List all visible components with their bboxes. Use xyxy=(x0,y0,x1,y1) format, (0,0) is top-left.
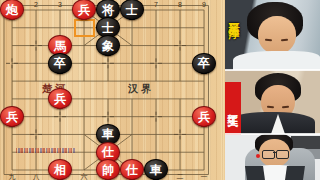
red-earbud xyxy=(256,154,260,158)
piece-red-elephant[interactable]: 相 xyxy=(48,159,72,180)
piece-black-soldier[interactable]: 卒 xyxy=(192,53,216,74)
red-player-name-label: 红王天一 xyxy=(228,106,239,112)
top-file-label: 2 xyxy=(32,1,40,8)
red-player-eye xyxy=(282,106,289,108)
piece-black-soldier[interactable]: 卒 xyxy=(48,53,72,74)
piece-black-advisor[interactable]: 士 xyxy=(120,0,144,20)
piece-black-elephant[interactable]: 象 xyxy=(96,35,120,56)
black-player-name-label: 黑茹一淳 xyxy=(228,14,239,20)
vest-right xyxy=(285,166,305,180)
piece-red-general[interactable]: 帥 xyxy=(96,159,120,180)
piece-red-soldier[interactable]: 兵 xyxy=(0,106,24,127)
glasses-right-lens xyxy=(276,150,289,159)
top-file-label: 3 xyxy=(56,1,64,8)
vest-left xyxy=(245,166,265,180)
black-player-shirt xyxy=(233,51,320,70)
photo-black-player: 黑茹一淳 xyxy=(225,0,320,70)
photo-separator xyxy=(225,69,320,70)
piece-red-advisor[interactable]: 仕 xyxy=(120,159,144,180)
top-file-label: 7 xyxy=(152,1,160,8)
piece-red-soldier[interactable]: 兵 xyxy=(72,0,96,20)
river-label-han-jie: 汉界 xyxy=(128,82,154,96)
photo-commentator xyxy=(225,134,320,180)
piece-black-chariot[interactable]: 車 xyxy=(144,159,168,180)
black-player-face xyxy=(258,16,296,54)
video-frame: 楚河 汉界 123456789九八七六五四三二一 炮兵将士士馬象卒卒兵兵兵車仕相… xyxy=(0,0,320,180)
black-player-eye xyxy=(281,39,288,41)
bottom-file-label: 九 xyxy=(8,173,16,180)
black-player-eye xyxy=(265,39,272,41)
piece-red-soldier[interactable]: 兵 xyxy=(192,106,216,127)
top-file-label: 9 xyxy=(200,1,208,8)
bottom-file-label: 二 xyxy=(176,173,184,180)
last-move-marker xyxy=(74,19,95,37)
photo-separator xyxy=(225,133,320,134)
players-panel: 黑茹一淳 红王天一 xyxy=(225,0,320,180)
red-player-eye xyxy=(267,106,274,108)
bottom-file-label: 六 xyxy=(80,173,88,180)
bottom-file-label: 一 xyxy=(200,173,208,180)
piece-red-cannon[interactable]: 炮 xyxy=(0,0,24,20)
glasses-bridge xyxy=(273,152,277,153)
top-file-label: 8 xyxy=(176,1,184,8)
piece-red-soldier[interactable]: 兵 xyxy=(48,88,72,109)
xiangqi-board[interactable]: 楚河 汉界 123456789九八七六五四三二一 炮兵将士士馬象卒卒兵兵兵車仕相… xyxy=(0,0,225,180)
watermark-strip xyxy=(16,148,75,154)
red-player-name-strip: 红王天一 xyxy=(225,82,241,135)
bottom-file-label: 八 xyxy=(32,173,40,180)
